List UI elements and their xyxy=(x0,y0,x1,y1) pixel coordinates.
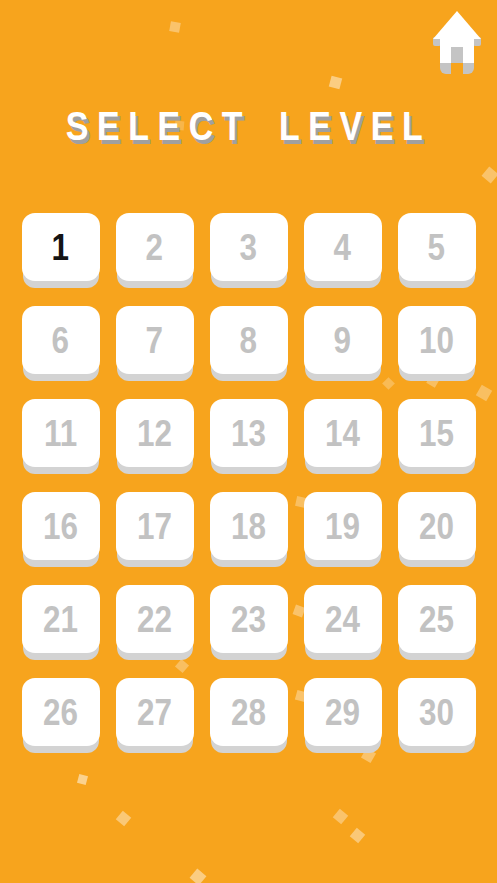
level-button-8[interactable]: 8 xyxy=(210,306,288,374)
confetti-square xyxy=(350,828,365,843)
level-button-10[interactable]: 10 xyxy=(398,306,476,374)
level-button-7[interactable]: 7 xyxy=(116,306,194,374)
confetti-square xyxy=(329,76,342,89)
confetti-square xyxy=(77,774,88,785)
level-button-24[interactable]: 24 xyxy=(304,585,382,653)
confetti-square xyxy=(116,811,131,826)
level-select-screen: SELECT LEVEL 123456789101112131415161718… xyxy=(0,0,497,883)
level-number: 17 xyxy=(137,508,172,545)
level-number: 16 xyxy=(43,508,78,545)
level-number: 25 xyxy=(419,601,454,638)
level-button-18[interactable]: 18 xyxy=(210,492,288,560)
level-button-23[interactable]: 23 xyxy=(210,585,288,653)
level-button-12[interactable]: 12 xyxy=(116,399,194,467)
level-button-13[interactable]: 13 xyxy=(210,399,288,467)
confetti-square xyxy=(482,167,497,184)
confetti-square xyxy=(333,809,348,824)
level-number: 7 xyxy=(146,322,163,359)
level-number: 21 xyxy=(43,601,78,638)
confetti-square xyxy=(190,869,207,883)
level-number: 27 xyxy=(137,694,172,731)
level-number: 24 xyxy=(325,601,360,638)
level-button-26[interactable]: 26 xyxy=(22,678,100,746)
level-button-30[interactable]: 30 xyxy=(398,678,476,746)
home-button[interactable] xyxy=(430,8,484,74)
level-number: 13 xyxy=(231,415,266,452)
level-number: 18 xyxy=(231,508,266,545)
level-button-14[interactable]: 14 xyxy=(304,399,382,467)
level-button-25[interactable]: 25 xyxy=(398,585,476,653)
confetti-square xyxy=(361,748,376,763)
level-number: 8 xyxy=(240,322,257,359)
level-number: 15 xyxy=(419,415,454,452)
level-button-3[interactable]: 3 xyxy=(210,213,288,281)
level-button-16[interactable]: 16 xyxy=(22,492,100,560)
level-number: 30 xyxy=(419,694,454,731)
level-number: 2 xyxy=(146,229,163,266)
level-number: 19 xyxy=(325,508,360,545)
level-number: 4 xyxy=(334,229,351,266)
level-number: 12 xyxy=(137,415,172,452)
level-number: 11 xyxy=(44,415,77,452)
level-button-27[interactable]: 27 xyxy=(116,678,194,746)
confetti-square xyxy=(169,21,181,33)
level-button-28[interactable]: 28 xyxy=(210,678,288,746)
level-number: 29 xyxy=(325,694,360,731)
level-button-15[interactable]: 15 xyxy=(398,399,476,467)
level-number: 6 xyxy=(52,322,69,359)
level-button-21[interactable]: 21 xyxy=(22,585,100,653)
level-button-22[interactable]: 22 xyxy=(116,585,194,653)
level-button-29[interactable]: 29 xyxy=(304,678,382,746)
level-number: 14 xyxy=(325,415,360,452)
level-number: 22 xyxy=(137,601,172,638)
level-button-17[interactable]: 17 xyxy=(116,492,194,560)
level-number: 9 xyxy=(334,322,351,359)
level-button-11[interactable]: 11 xyxy=(22,399,100,467)
level-button-4[interactable]: 4 xyxy=(304,213,382,281)
level-number: 10 xyxy=(419,322,454,359)
level-number: 5 xyxy=(428,229,445,266)
level-number: 28 xyxy=(231,694,266,731)
level-number: 1 xyxy=(52,229,69,266)
level-number: 20 xyxy=(419,508,454,545)
level-button-20[interactable]: 20 xyxy=(398,492,476,560)
level-button-9[interactable]: 9 xyxy=(304,306,382,374)
level-number: 3 xyxy=(240,229,257,266)
level-number: 23 xyxy=(231,601,266,638)
level-button-19[interactable]: 19 xyxy=(304,492,382,560)
level-number: 26 xyxy=(43,694,78,731)
home-icon xyxy=(430,8,484,74)
level-grid: 1234567891011121314151617181920212223242… xyxy=(0,213,497,746)
level-button-2[interactable]: 2 xyxy=(116,213,194,281)
level-button-6[interactable]: 6 xyxy=(22,306,100,374)
level-button-5[interactable]: 5 xyxy=(398,213,476,281)
level-button-1[interactable]: 1 xyxy=(22,213,100,281)
page-title: SELECT LEVEL xyxy=(37,104,459,148)
